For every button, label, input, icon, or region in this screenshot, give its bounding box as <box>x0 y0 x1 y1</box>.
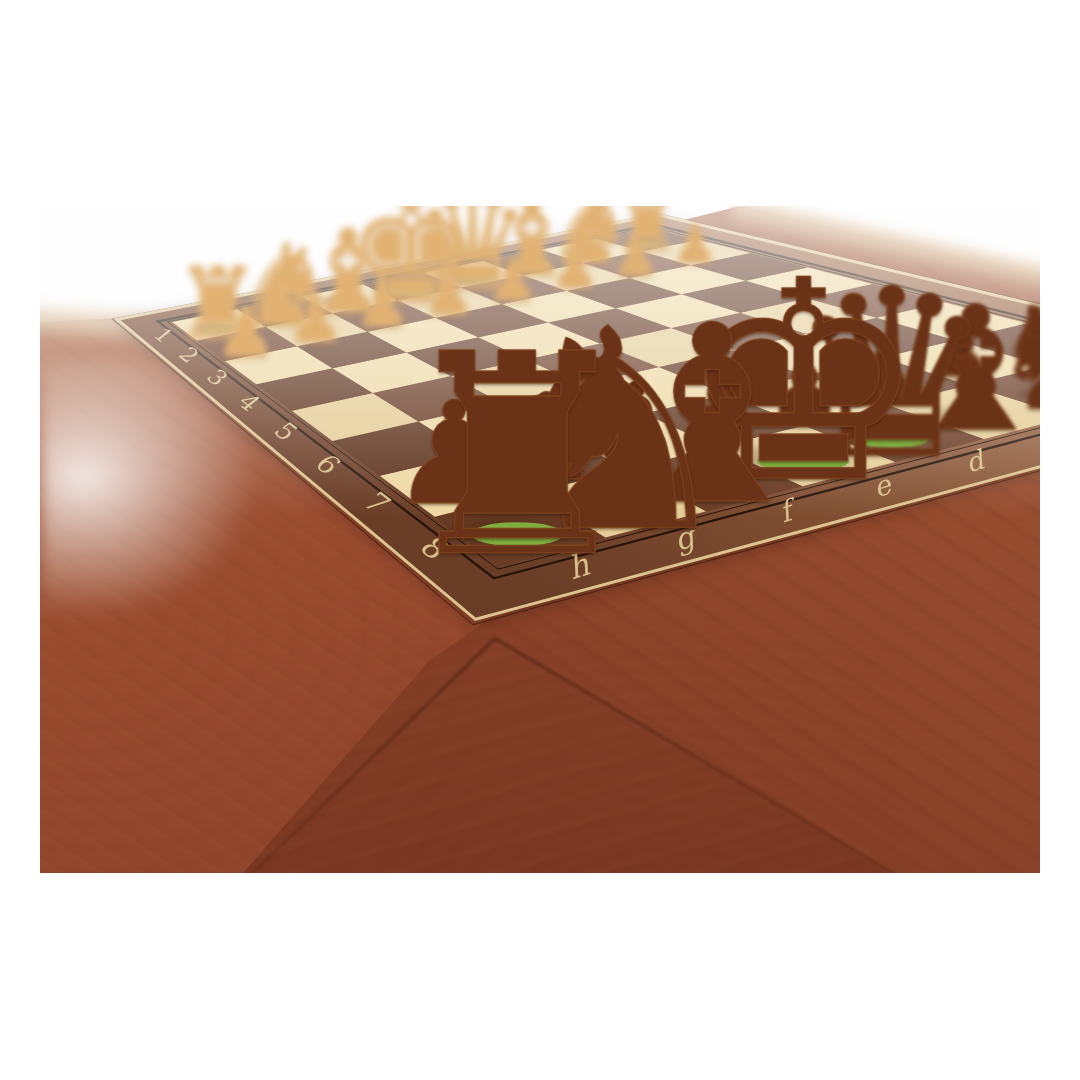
white-pawn-h2: ♟ <box>215 297 277 366</box>
product-photo: h8g7f6e5d4c3b2a1 ♜♞♟♝♟♛♟♚♟♝♟♞♟♜♟♟♟♟♜♟♞♟♝… <box>0 0 1080 1080</box>
black-rook-h8: ♜ <box>393 318 642 596</box>
photo-area: h8g7f6e5d4c3b2a1 ♜♞♟♝♟♛♟♚♟♝♟♞♟♜♟♟♟♟♜♟♞♟♝… <box>0 0 1080 1080</box>
pieces-layer: ♜♞♟♝♟♛♟♚♟♝♟♞♟♜♟♟♟♟♜♟♞♟♝♟♛♟♚♟♝♟♞♜ <box>0 0 1080 1080</box>
square-a8 <box>1046 347 1080 395</box>
white-pawn-g2: ♟ <box>286 286 344 351</box>
file-label-c: c <box>1052 421 1076 454</box>
